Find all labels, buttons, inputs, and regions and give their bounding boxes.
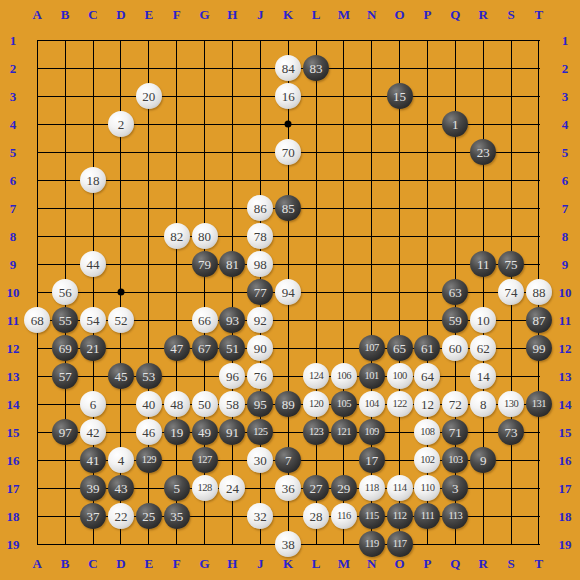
black-stone: 117 — [387, 531, 413, 557]
move-number: 83 — [310, 62, 323, 75]
move-number: 84 — [282, 62, 295, 75]
white-stone: 116 — [331, 503, 357, 529]
row-label-right: 10 — [559, 286, 572, 299]
move-number: 67 — [198, 342, 211, 355]
row-label-right: 1 — [562, 34, 569, 47]
black-stone: 83 — [303, 55, 329, 81]
black-stone: 101 — [359, 363, 385, 389]
black-stone: 49 — [192, 419, 218, 445]
black-stone: 61 — [414, 335, 440, 361]
white-stone: 62 — [470, 335, 496, 361]
move-number: 97 — [59, 426, 72, 439]
black-stone: 123 — [303, 419, 329, 445]
column-label-top: M — [338, 8, 350, 21]
black-stone: 41 — [80, 447, 106, 473]
row-label-right: 18 — [559, 510, 572, 523]
row-label-left: 11 — [7, 314, 19, 327]
white-stone: 2 — [108, 111, 134, 137]
move-number: 27 — [310, 482, 323, 495]
white-stone: 54 — [80, 307, 106, 333]
white-stone: 52 — [108, 307, 134, 333]
white-stone: 14 — [470, 363, 496, 389]
black-stone: 107 — [359, 335, 385, 361]
column-label-bottom: K — [283, 557, 293, 570]
white-stone: 24 — [219, 475, 245, 501]
move-number: 116 — [337, 511, 351, 522]
black-stone: 19 — [164, 419, 190, 445]
white-stone: 58 — [219, 391, 245, 417]
black-stone: 45 — [108, 363, 134, 389]
black-stone: 59 — [442, 307, 468, 333]
white-stone: 128 — [192, 475, 218, 501]
black-stone: 43 — [108, 475, 134, 501]
move-number: 105 — [337, 399, 351, 410]
white-stone: 48 — [164, 391, 190, 417]
white-stone: 94 — [275, 279, 301, 305]
move-number: 54 — [87, 314, 100, 327]
move-number: 87 — [532, 314, 545, 327]
white-stone: 66 — [192, 307, 218, 333]
column-label-top: B — [61, 8, 70, 21]
move-number: 6 — [90, 398, 97, 411]
move-number: 118 — [365, 483, 379, 494]
move-number: 102 — [420, 455, 434, 466]
white-stone: 98 — [247, 251, 273, 277]
column-label-top: L — [312, 8, 321, 21]
move-number: 85 — [282, 202, 295, 215]
column-label-bottom: M — [338, 557, 350, 570]
move-number: 95 — [254, 398, 267, 411]
move-number: 110 — [421, 483, 435, 494]
move-number: 62 — [477, 342, 490, 355]
black-stone: 103 — [442, 447, 468, 473]
move-number: 14 — [477, 370, 490, 383]
move-number: 11 — [477, 258, 490, 271]
move-number: 70 — [282, 146, 295, 159]
move-number: 10 — [477, 314, 490, 327]
white-stone: 84 — [275, 55, 301, 81]
white-stone: 122 — [387, 391, 413, 417]
white-stone: 130 — [498, 391, 524, 417]
move-number: 39 — [87, 482, 100, 495]
black-stone: 39 — [80, 475, 106, 501]
black-stone: 53 — [136, 363, 162, 389]
move-number: 65 — [393, 342, 406, 355]
move-number: 21 — [87, 342, 100, 355]
row-label-left: 10 — [7, 286, 20, 299]
white-stone: 38 — [275, 531, 301, 557]
grid-line-horizontal — [37, 264, 540, 265]
white-stone: 80 — [192, 223, 218, 249]
row-label-right: 11 — [559, 314, 571, 327]
white-stone: 90 — [247, 335, 273, 361]
column-label-top: C — [88, 8, 97, 21]
white-stone: 20 — [136, 83, 162, 109]
black-stone: 129 — [136, 447, 162, 473]
black-stone: 17 — [359, 447, 385, 473]
white-stone: 102 — [414, 447, 440, 473]
column-label-bottom: R — [479, 557, 488, 570]
white-stone: 18 — [80, 167, 106, 193]
black-stone: 63 — [442, 279, 468, 305]
move-number: 48 — [170, 398, 183, 411]
column-label-bottom: O — [395, 557, 405, 570]
column-label-bottom: L — [312, 557, 321, 570]
black-stone: 51 — [219, 335, 245, 361]
move-number: 1 — [452, 118, 459, 131]
move-number: 117 — [393, 539, 407, 550]
black-stone: 79 — [192, 251, 218, 277]
go-board[interactable]: AABBCCDDEEFFGGHHJJKKLLMMNNOOPPQQRRSSTT11… — [0, 0, 580, 580]
white-stone: 114 — [387, 475, 413, 501]
row-label-left: 1 — [10, 34, 17, 47]
move-number: 72 — [449, 398, 462, 411]
move-number: 76 — [254, 370, 267, 383]
move-number: 15 — [393, 90, 406, 103]
move-number: 107 — [365, 343, 379, 354]
move-number: 49 — [198, 426, 211, 439]
move-number: 17 — [365, 454, 378, 467]
move-number: 130 — [504, 399, 518, 410]
move-number: 125 — [253, 427, 267, 438]
grid-line-vertical — [37, 40, 38, 545]
row-label-right: 19 — [559, 538, 572, 551]
move-number: 80 — [198, 230, 211, 243]
black-stone: 112 — [387, 503, 413, 529]
grid-line-horizontal — [37, 236, 540, 237]
black-stone: 1 — [442, 111, 468, 137]
move-number: 63 — [449, 286, 462, 299]
black-stone: 29 — [331, 475, 357, 501]
column-label-top: A — [33, 8, 42, 21]
white-stone: 22 — [108, 503, 134, 529]
row-label-left: 14 — [7, 398, 20, 411]
star-point — [117, 289, 124, 296]
white-stone: 92 — [247, 307, 273, 333]
black-stone: 127 — [192, 447, 218, 473]
move-number: 18 — [87, 174, 100, 187]
black-stone: 89 — [275, 391, 301, 417]
black-stone: 27 — [303, 475, 329, 501]
black-stone: 3 — [442, 475, 468, 501]
row-label-left: 8 — [10, 230, 17, 243]
black-stone: 35 — [164, 503, 190, 529]
black-stone: 71 — [442, 419, 468, 445]
move-number: 122 — [392, 399, 406, 410]
move-number: 43 — [114, 482, 127, 495]
column-label-top: K — [283, 8, 293, 21]
move-number: 77 — [254, 286, 267, 299]
move-number: 44 — [87, 258, 100, 271]
row-label-left: 4 — [10, 118, 17, 131]
row-label-left: 5 — [10, 146, 17, 159]
white-stone: 110 — [414, 475, 440, 501]
move-number: 115 — [365, 511, 379, 522]
move-number: 35 — [170, 510, 183, 523]
white-stone: 118 — [359, 475, 385, 501]
row-label-right: 15 — [559, 426, 572, 439]
move-number: 91 — [226, 426, 239, 439]
move-number: 36 — [282, 482, 295, 495]
white-stone: 4 — [108, 447, 134, 473]
black-stone: 113 — [442, 503, 468, 529]
move-number: 2 — [118, 118, 125, 131]
move-number: 56 — [59, 286, 72, 299]
row-label-left: 16 — [7, 454, 20, 467]
black-stone: 23 — [470, 139, 496, 165]
move-number: 64 — [421, 370, 434, 383]
row-label-left: 7 — [10, 202, 17, 215]
grid-line-vertical — [399, 40, 400, 545]
white-stone: 78 — [247, 223, 273, 249]
grid-line-vertical — [232, 40, 233, 545]
white-stone: 64 — [414, 363, 440, 389]
move-number: 42 — [87, 426, 100, 439]
move-number: 75 — [505, 258, 518, 271]
black-stone: 5 — [164, 475, 190, 501]
column-label-top: R — [479, 8, 488, 21]
move-number: 50 — [198, 398, 211, 411]
grid-line-vertical — [343, 40, 344, 545]
black-stone: 55 — [52, 307, 78, 333]
move-number: 59 — [449, 314, 462, 327]
row-label-right: 12 — [559, 342, 572, 355]
black-stone: 131 — [526, 391, 552, 417]
black-stone: 25 — [136, 503, 162, 529]
white-stone: 12 — [414, 391, 440, 417]
white-stone: 96 — [219, 363, 245, 389]
move-number: 101 — [365, 371, 379, 382]
column-label-top: P — [423, 8, 431, 21]
white-stone: 32 — [247, 503, 273, 529]
move-number: 121 — [337, 427, 351, 438]
row-label-left: 3 — [10, 90, 17, 103]
move-number: 30 — [254, 454, 267, 467]
move-number: 74 — [505, 286, 518, 299]
move-number: 47 — [170, 342, 183, 355]
black-stone: 111 — [414, 503, 440, 529]
move-number: 20 — [142, 90, 155, 103]
black-stone: 91 — [219, 419, 245, 445]
move-number: 88 — [532, 286, 545, 299]
column-label-top: E — [144, 8, 153, 21]
move-number: 52 — [114, 314, 127, 327]
black-stone: 57 — [52, 363, 78, 389]
black-stone: 95 — [247, 391, 273, 417]
column-label-top: J — [257, 8, 264, 21]
white-stone: 10 — [470, 307, 496, 333]
move-number: 19 — [170, 426, 183, 439]
row-label-right: 8 — [562, 230, 569, 243]
column-label-bottom: F — [173, 557, 181, 570]
black-stone: 93 — [219, 307, 245, 333]
move-number: 24 — [226, 482, 239, 495]
move-number: 123 — [309, 427, 323, 438]
move-number: 66 — [198, 314, 211, 327]
move-number: 81 — [226, 258, 239, 271]
move-number: 92 — [254, 314, 267, 327]
move-number: 82 — [170, 230, 183, 243]
white-stone: 28 — [303, 503, 329, 529]
move-number: 131 — [532, 399, 546, 410]
move-number: 78 — [254, 230, 267, 243]
move-number: 129 — [142, 455, 156, 466]
move-number: 51 — [226, 342, 239, 355]
move-number: 29 — [337, 482, 350, 495]
move-number: 86 — [254, 202, 267, 215]
column-label-top: Q — [450, 8, 460, 21]
white-stone: 82 — [164, 223, 190, 249]
black-stone: 77 — [247, 279, 273, 305]
white-stone: 30 — [247, 447, 273, 473]
move-number: 127 — [197, 455, 211, 466]
move-number: 111 — [421, 511, 434, 522]
white-stone: 106 — [331, 363, 357, 389]
move-number: 98 — [254, 258, 267, 271]
move-number: 94 — [282, 286, 295, 299]
white-stone: 100 — [387, 363, 413, 389]
move-number: 109 — [365, 427, 379, 438]
white-stone: 68 — [24, 307, 50, 333]
move-number: 69 — [59, 342, 72, 355]
row-label-right: 16 — [559, 454, 572, 467]
move-number: 100 — [392, 371, 406, 382]
row-label-left: 9 — [10, 258, 17, 271]
move-number: 120 — [309, 399, 323, 410]
black-stone: 73 — [498, 419, 524, 445]
black-stone: 81 — [219, 251, 245, 277]
move-number: 32 — [254, 510, 267, 523]
column-label-bottom: D — [116, 557, 125, 570]
move-number: 128 — [197, 483, 211, 494]
move-number: 90 — [254, 342, 267, 355]
row-label-right: 3 — [562, 90, 569, 103]
move-number: 8 — [480, 398, 487, 411]
move-number: 79 — [198, 258, 211, 271]
grid-line-vertical — [316, 40, 317, 545]
column-label-top: H — [227, 8, 237, 21]
move-number: 25 — [142, 510, 155, 523]
black-stone: 99 — [526, 335, 552, 361]
row-label-right: 2 — [562, 62, 569, 75]
row-label-left: 15 — [7, 426, 20, 439]
black-stone: 105 — [331, 391, 357, 417]
white-stone: 42 — [80, 419, 106, 445]
column-label-bottom: J — [257, 557, 264, 570]
black-stone: 115 — [359, 503, 385, 529]
row-label-right: 5 — [562, 146, 569, 159]
column-label-top: G — [199, 8, 209, 21]
move-number: 41 — [87, 454, 100, 467]
move-number: 112 — [393, 511, 407, 522]
white-stone: 44 — [80, 251, 106, 277]
grid-line-vertical — [176, 40, 177, 545]
move-number: 71 — [449, 426, 462, 439]
move-number: 12 — [421, 398, 434, 411]
move-number: 99 — [532, 342, 545, 355]
white-stone: 120 — [303, 391, 329, 417]
column-label-top: O — [395, 8, 405, 21]
move-number: 23 — [477, 146, 490, 159]
column-label-bottom: S — [507, 557, 514, 570]
move-number: 28 — [310, 510, 323, 523]
move-number: 124 — [309, 371, 323, 382]
white-stone: 74 — [498, 279, 524, 305]
move-number: 93 — [226, 314, 239, 327]
column-label-bottom: H — [227, 557, 237, 570]
column-label-bottom: G — [199, 557, 209, 570]
black-stone: 67 — [192, 335, 218, 361]
move-number: 45 — [114, 370, 127, 383]
white-stone: 6 — [80, 391, 106, 417]
column-label-bottom: P — [423, 557, 431, 570]
column-label-bottom: T — [535, 557, 544, 570]
move-number: 58 — [226, 398, 239, 411]
row-label-right: 7 — [562, 202, 569, 215]
move-number: 73 — [505, 426, 518, 439]
white-stone: 70 — [275, 139, 301, 165]
black-stone: 15 — [387, 83, 413, 109]
row-label-left: 13 — [7, 370, 20, 383]
white-stone: 124 — [303, 363, 329, 389]
move-number: 22 — [114, 510, 127, 523]
white-stone: 72 — [442, 391, 468, 417]
move-number: 68 — [31, 314, 44, 327]
column-label-bottom: C — [88, 557, 97, 570]
black-stone: 9 — [470, 447, 496, 473]
row-label-right: 14 — [559, 398, 572, 411]
row-label-left: 19 — [7, 538, 20, 551]
row-label-right: 9 — [562, 258, 569, 271]
black-stone: 121 — [331, 419, 357, 445]
column-label-top: T — [535, 8, 544, 21]
white-stone: 108 — [414, 419, 440, 445]
black-stone: 11 — [470, 251, 496, 277]
black-stone: 109 — [359, 419, 385, 445]
column-label-bottom: N — [367, 557, 376, 570]
white-stone: 60 — [442, 335, 468, 361]
row-label-left: 17 — [7, 482, 20, 495]
black-stone: 47 — [164, 335, 190, 361]
column-label-top: F — [173, 8, 181, 21]
move-number: 5 — [173, 482, 180, 495]
row-label-right: 17 — [559, 482, 572, 495]
move-number: 113 — [448, 511, 462, 522]
move-number: 108 — [420, 427, 434, 438]
move-number: 4 — [118, 454, 125, 467]
black-stone: 69 — [52, 335, 78, 361]
black-stone: 87 — [526, 307, 552, 333]
column-label-top: S — [507, 8, 514, 21]
move-number: 55 — [59, 314, 72, 327]
move-number: 96 — [226, 370, 239, 383]
row-label-right: 13 — [559, 370, 572, 383]
row-label-left: 2 — [10, 62, 17, 75]
move-number: 16 — [282, 90, 295, 103]
white-stone: 40 — [136, 391, 162, 417]
move-number: 89 — [282, 398, 295, 411]
move-number: 40 — [142, 398, 155, 411]
black-stone: 65 — [387, 335, 413, 361]
white-stone: 76 — [247, 363, 273, 389]
move-number: 60 — [449, 342, 462, 355]
move-number: 7 — [285, 454, 292, 467]
move-number: 104 — [365, 399, 379, 410]
white-stone: 50 — [192, 391, 218, 417]
column-label-bottom: B — [61, 557, 70, 570]
row-label-left: 18 — [7, 510, 20, 523]
move-number: 9 — [480, 454, 487, 467]
